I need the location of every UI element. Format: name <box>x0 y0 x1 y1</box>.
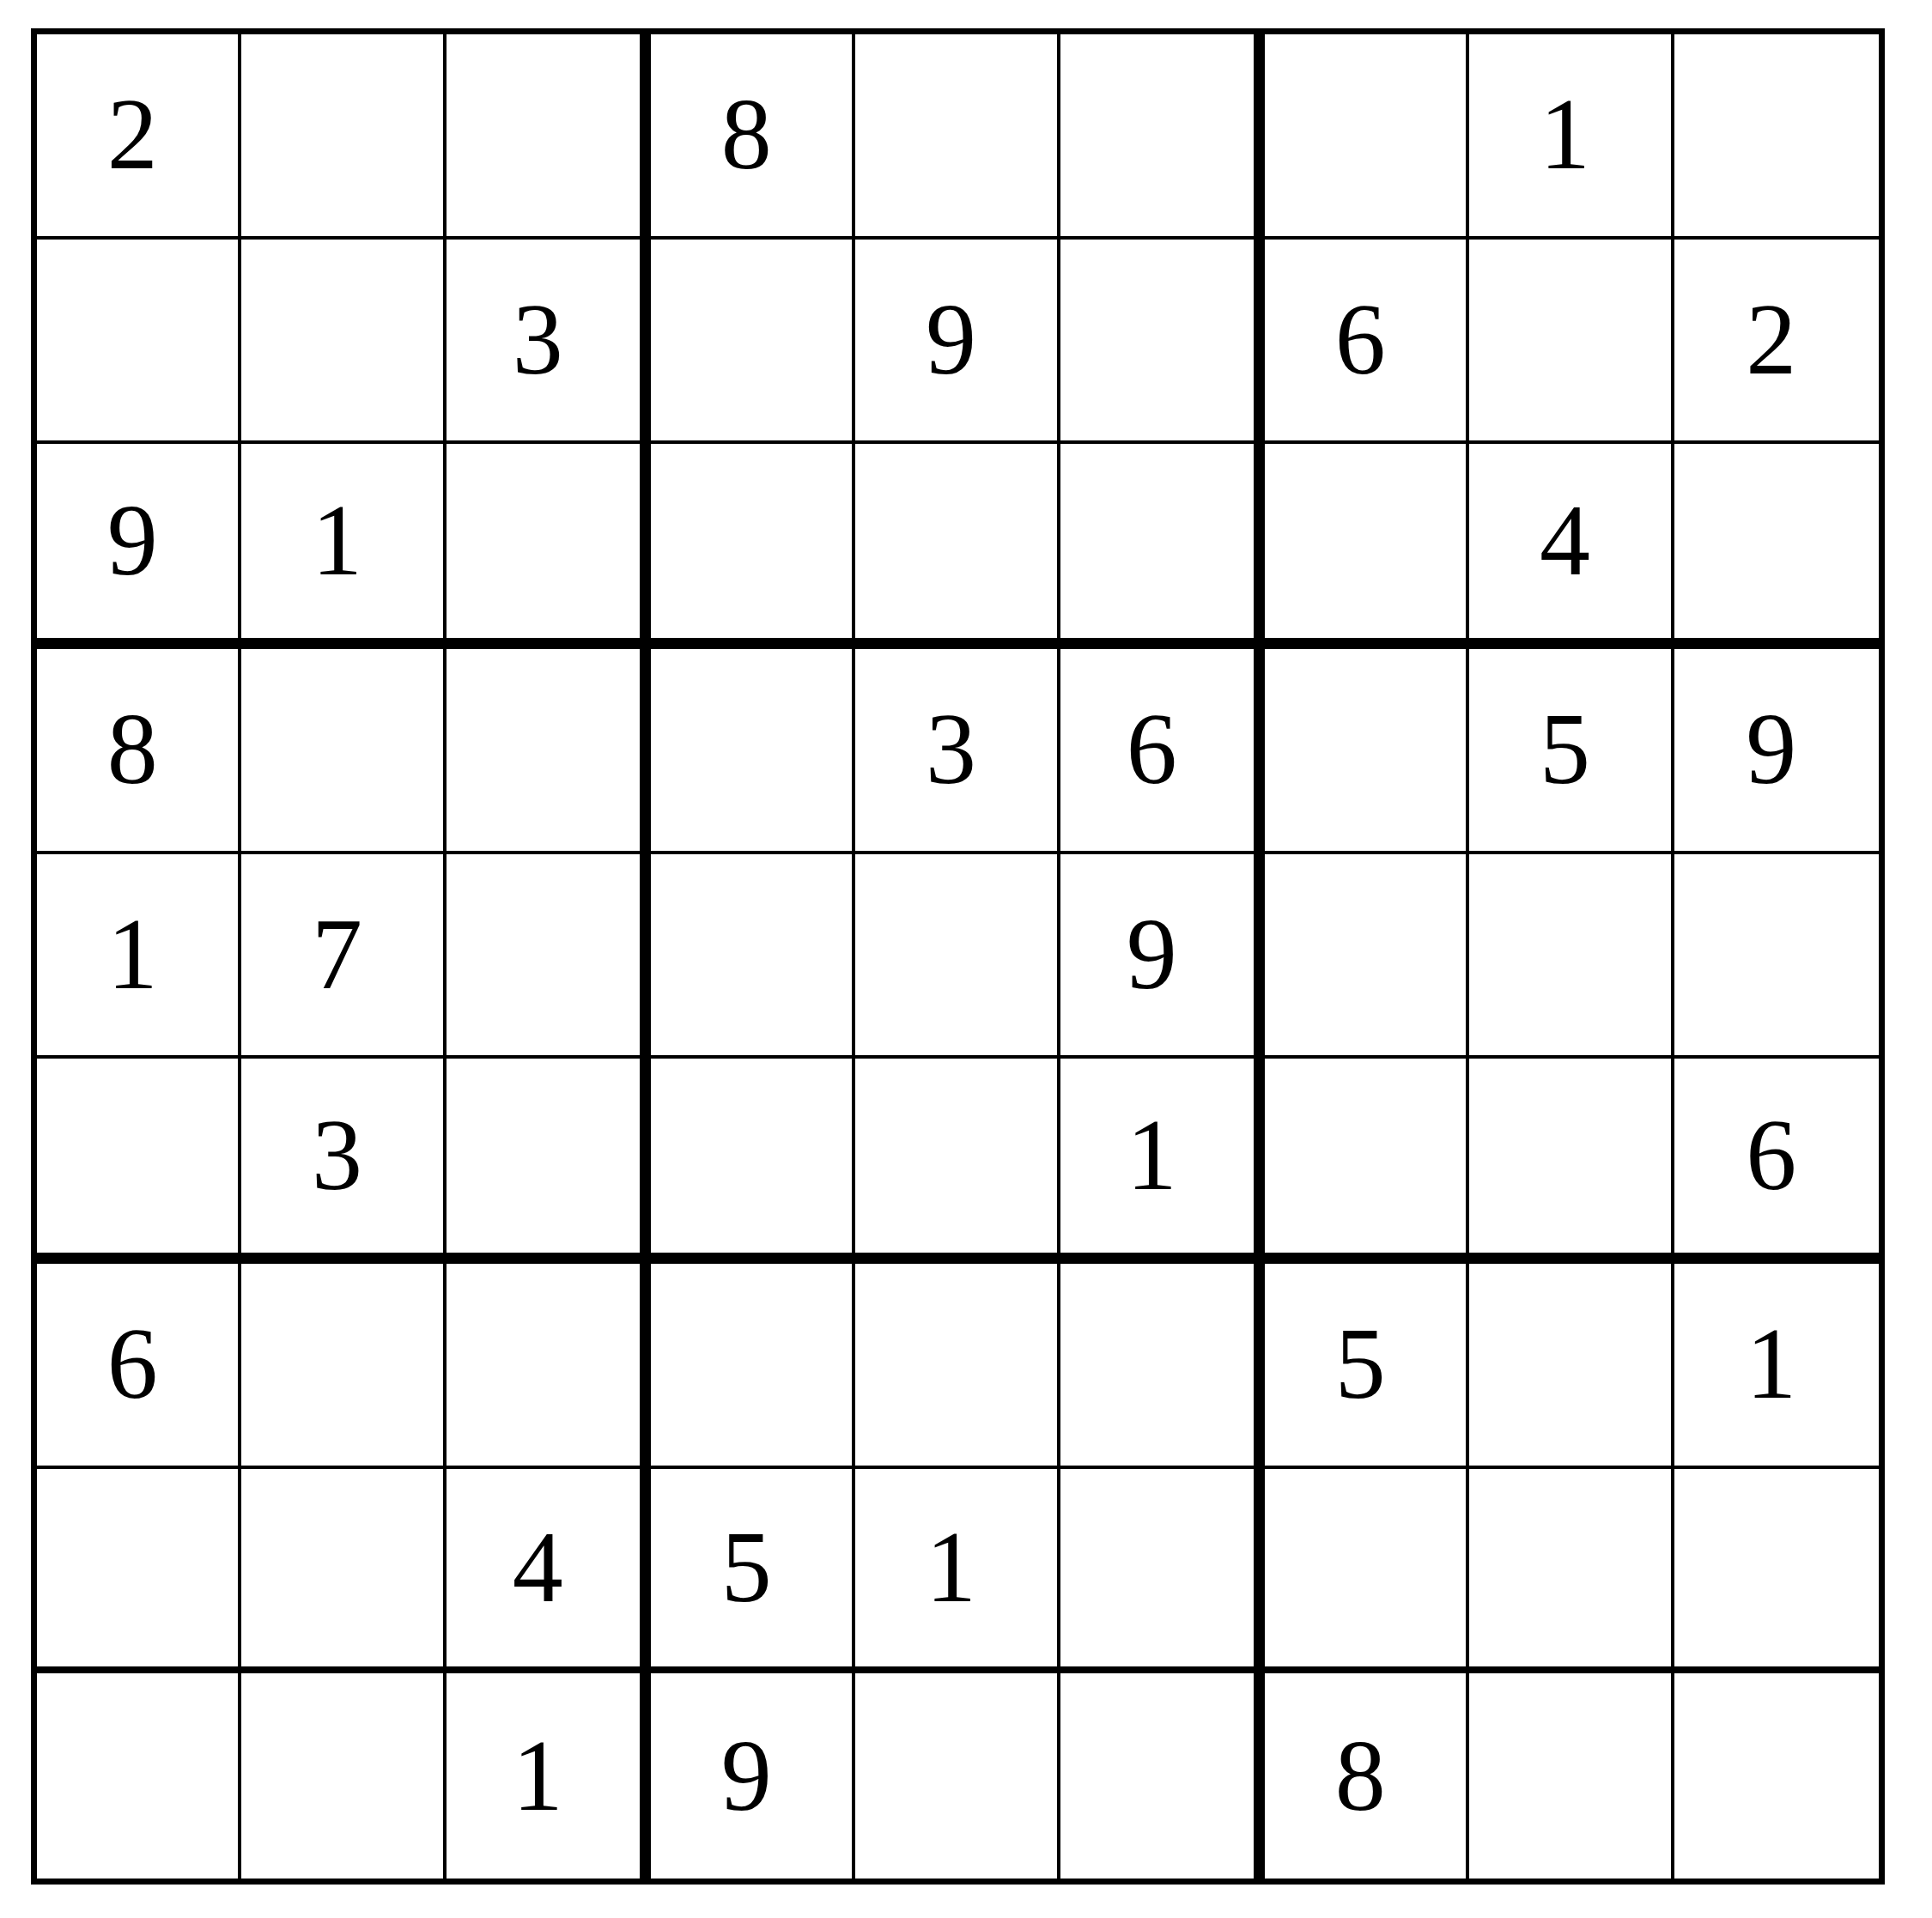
cell-r6c3[interactable] <box>447 1059 651 1264</box>
cell-r2c1[interactable] <box>37 240 241 445</box>
given-digit: 2 <box>107 84 158 185</box>
given-digit: 6 <box>107 1314 158 1415</box>
cell-r9c9[interactable] <box>1674 1673 1879 1879</box>
cell-r3c2[interactable]: 1 <box>241 444 446 649</box>
cell-r8c5[interactable]: 1 <box>855 1469 1060 1674</box>
cell-r2c6[interactable] <box>1060 240 1265 445</box>
cell-r7c9[interactable]: 1 <box>1674 1264 1879 1469</box>
cell-r7c3[interactable] <box>447 1264 651 1469</box>
given-digit: 9 <box>1127 904 1177 1005</box>
cell-r6c5[interactable] <box>855 1059 1060 1264</box>
cell-r3c4[interactable] <box>651 444 855 649</box>
cell-r4c9[interactable]: 9 <box>1674 649 1879 854</box>
cell-r3c8[interactable]: 4 <box>1469 444 1674 649</box>
cell-r5c8[interactable] <box>1469 854 1674 1059</box>
cell-r9c3[interactable]: 1 <box>447 1673 651 1879</box>
given-digit: 3 <box>926 699 976 800</box>
cell-r7c7[interactable]: 5 <box>1265 1264 1469 1469</box>
cell-r8c7[interactable] <box>1265 1469 1469 1674</box>
cell-r7c6[interactable] <box>1060 1264 1265 1469</box>
cell-r5c9[interactable] <box>1674 854 1879 1059</box>
cell-r9c2[interactable] <box>241 1673 446 1879</box>
cell-r8c1[interactable] <box>37 1469 241 1674</box>
cell-r5c4[interactable] <box>651 854 855 1059</box>
given-digit: 9 <box>721 1726 772 1827</box>
cell-r2c3[interactable]: 3 <box>447 240 651 445</box>
cell-r9c1[interactable] <box>37 1673 241 1879</box>
cell-r1c7[interactable] <box>1265 34 1469 240</box>
given-digit: 1 <box>1540 84 1590 185</box>
cell-r2c5[interactable]: 9 <box>855 240 1060 445</box>
given-digit: 8 <box>107 699 158 800</box>
given-digit: 1 <box>1746 1314 1796 1415</box>
cell-r2c2[interactable] <box>241 240 446 445</box>
cell-r8c4[interactable]: 5 <box>651 1469 855 1674</box>
given-digit: 9 <box>926 289 976 391</box>
cell-r3c1[interactable]: 9 <box>37 444 241 649</box>
cell-r4c5[interactable]: 3 <box>855 649 1060 854</box>
given-digit: 3 <box>513 289 563 391</box>
cell-r8c2[interactable] <box>241 1469 446 1674</box>
given-digit: 3 <box>312 1105 362 1206</box>
cell-r1c8[interactable]: 1 <box>1469 34 1674 240</box>
cell-r6c4[interactable] <box>651 1059 855 1264</box>
cell-r5c1[interactable]: 1 <box>37 854 241 1059</box>
cell-r4c6[interactable]: 6 <box>1060 649 1265 854</box>
cell-r4c3[interactable] <box>447 649 651 854</box>
cell-r7c8[interactable] <box>1469 1264 1674 1469</box>
cell-r9c4[interactable]: 9 <box>651 1673 855 1879</box>
given-digit: 1 <box>926 1517 976 1618</box>
cell-r1c3[interactable] <box>447 34 651 240</box>
given-digit: 4 <box>1540 490 1590 592</box>
cell-r9c6[interactable] <box>1060 1673 1265 1879</box>
given-digit: 6 <box>1335 289 1386 391</box>
cell-r7c5[interactable] <box>855 1264 1060 1469</box>
cell-r5c5[interactable] <box>855 854 1060 1059</box>
given-digit: 2 <box>1746 289 1796 391</box>
given-digit: 6 <box>1746 1105 1796 1206</box>
cell-r1c4[interactable]: 8 <box>651 34 855 240</box>
given-digit: 5 <box>1335 1314 1386 1415</box>
cell-r5c3[interactable] <box>447 854 651 1059</box>
cell-r5c6[interactable]: 9 <box>1060 854 1265 1059</box>
given-digit: 1 <box>513 1726 563 1827</box>
cell-r8c6[interactable] <box>1060 1469 1265 1674</box>
cell-r9c5[interactable] <box>855 1673 1060 1879</box>
cell-r2c4[interactable] <box>651 240 855 445</box>
given-digit: 8 <box>1335 1726 1386 1827</box>
cell-r3c7[interactable] <box>1265 444 1469 649</box>
given-digit: 4 <box>513 1517 563 1618</box>
cell-r6c7[interactable] <box>1265 1059 1469 1264</box>
cell-r8c8[interactable] <box>1469 1469 1674 1674</box>
cell-r3c3[interactable] <box>447 444 651 649</box>
cell-r6c6[interactable]: 1 <box>1060 1059 1265 1264</box>
sudoku-board: 281396291483659179316651451198 <box>31 28 1885 1885</box>
cell-r2c8[interactable] <box>1469 240 1674 445</box>
given-digit: 9 <box>107 490 158 592</box>
cell-r7c1[interactable]: 6 <box>37 1264 241 1469</box>
given-digit: 5 <box>1540 699 1590 800</box>
cell-r8c9[interactable] <box>1674 1469 1879 1674</box>
given-digit: 6 <box>1127 699 1177 800</box>
cell-r8c3[interactable]: 4 <box>447 1469 651 1674</box>
cell-r4c1[interactable]: 8 <box>37 649 241 854</box>
given-digit: 5 <box>721 1517 772 1618</box>
cell-r1c1[interactable]: 2 <box>37 34 241 240</box>
cell-r5c7[interactable] <box>1265 854 1469 1059</box>
cell-r7c2[interactable] <box>241 1264 446 1469</box>
cell-r7c4[interactable] <box>651 1264 855 1469</box>
cell-r5c2[interactable]: 7 <box>241 854 446 1059</box>
given-digit: 1 <box>1127 1105 1177 1206</box>
cell-r4c2[interactable] <box>241 649 446 854</box>
given-digit: 1 <box>107 904 158 1005</box>
given-digit: 7 <box>312 904 362 1005</box>
cell-r6c2[interactable]: 3 <box>241 1059 446 1264</box>
cell-r6c1[interactable] <box>37 1059 241 1264</box>
cell-r4c7[interactable] <box>1265 649 1469 854</box>
given-digit: 9 <box>1746 699 1796 800</box>
cell-r3c6[interactable] <box>1060 444 1265 649</box>
cell-r3c9[interactable] <box>1674 444 1879 649</box>
cell-r1c9[interactable] <box>1674 34 1879 240</box>
cell-r1c2[interactable] <box>241 34 446 240</box>
cell-r1c6[interactable] <box>1060 34 1265 240</box>
cell-r4c4[interactable] <box>651 649 855 854</box>
cell-r9c7[interactable]: 8 <box>1265 1673 1469 1879</box>
cell-r2c7[interactable]: 6 <box>1265 240 1469 445</box>
cell-r6c8[interactable] <box>1469 1059 1674 1264</box>
cell-r6c9[interactable]: 6 <box>1674 1059 1879 1264</box>
cell-r1c5[interactable] <box>855 34 1060 240</box>
cell-r3c5[interactable] <box>855 444 1060 649</box>
cell-r2c9[interactable]: 2 <box>1674 240 1879 445</box>
given-digit: 8 <box>721 84 772 185</box>
cell-r9c8[interactable] <box>1469 1673 1674 1879</box>
cell-r4c8[interactable]: 5 <box>1469 649 1674 854</box>
given-digit: 1 <box>312 490 362 592</box>
